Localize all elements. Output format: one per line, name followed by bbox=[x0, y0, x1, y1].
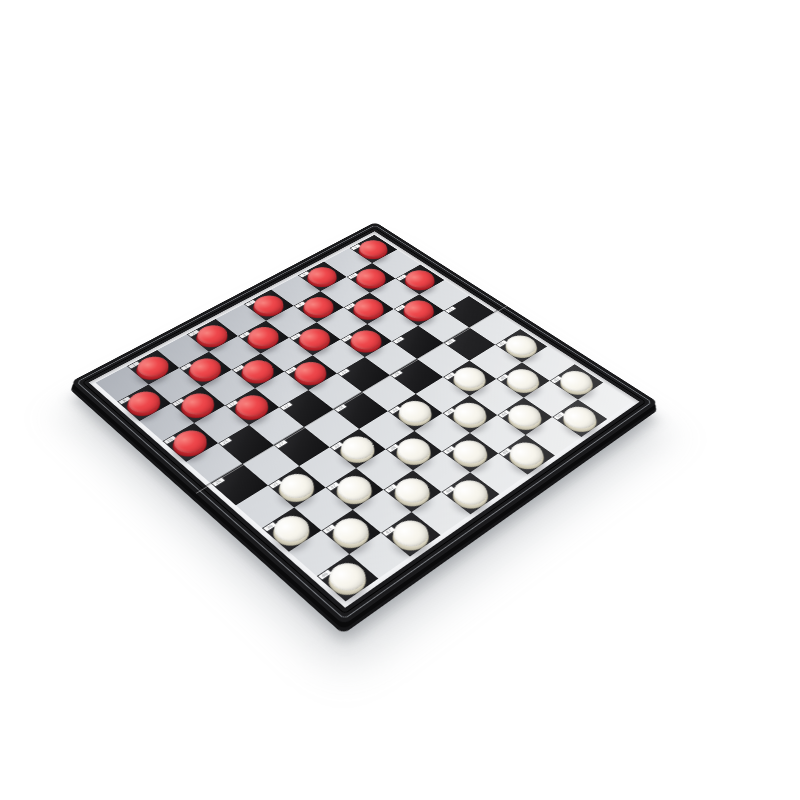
board-sheet: 1234567891011121314151617181920212223242… bbox=[89, 231, 640, 608]
board-grid: 1234567891011121314151617181920212223242… bbox=[96, 235, 633, 602]
photo-background: 1234567891011121314151617181920212223242… bbox=[0, 0, 800, 800]
square-number-sticker: 25 bbox=[445, 307, 455, 313]
board-frame: 1234567891011121314151617181920212223242… bbox=[71, 222, 659, 625]
square-number-sticker: 24 bbox=[393, 337, 404, 344]
draughts-board: 1234567891011121314151617181920212223242… bbox=[71, 222, 659, 625]
